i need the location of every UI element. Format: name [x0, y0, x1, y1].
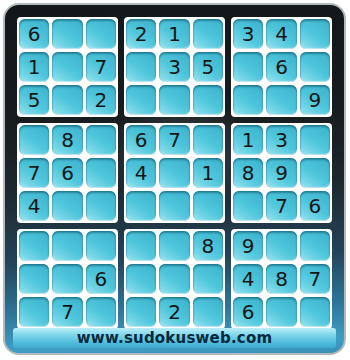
- cell-r1c5[interactable]: 1: [159, 19, 189, 49]
- cell-r7c2[interactable]: [52, 231, 82, 261]
- box-2-3: 138976: [231, 123, 332, 223]
- cell-r7c5[interactable]: [159, 231, 189, 261]
- cell-r4c9[interactable]: [300, 125, 330, 155]
- cell-r3c2[interactable]: [52, 85, 82, 115]
- cell-r1c4[interactable]: 2: [126, 19, 156, 49]
- sudoku-board: 617522135346987646741138976678294876: [17, 17, 332, 329]
- box-1-3: 3469: [231, 17, 332, 117]
- cell-r1c2[interactable]: [52, 19, 82, 49]
- cell-r2c2[interactable]: [52, 52, 82, 82]
- cell-r7c6[interactable]: 8: [193, 231, 223, 261]
- cell-r4c3[interactable]: [86, 125, 116, 155]
- cell-r3c7[interactable]: [233, 85, 263, 115]
- cell-r6c4[interactable]: [126, 191, 156, 221]
- cell-r9c1[interactable]: [19, 297, 49, 327]
- cell-r2c9[interactable]: [300, 52, 330, 82]
- cell-r7c4[interactable]: [126, 231, 156, 261]
- cell-r5c4[interactable]: 4: [126, 158, 156, 188]
- cell-r3c3[interactable]: 2: [86, 85, 116, 115]
- cell-r2c7[interactable]: [233, 52, 263, 82]
- cell-r8c8[interactable]: 8: [266, 264, 296, 294]
- cell-r1c8[interactable]: 4: [266, 19, 296, 49]
- cell-r8c7[interactable]: 4: [233, 264, 263, 294]
- cell-r3c9[interactable]: 9: [300, 85, 330, 115]
- cell-r6c5[interactable]: [159, 191, 189, 221]
- cell-r6c8[interactable]: 7: [266, 191, 296, 221]
- cell-r5c7[interactable]: 8: [233, 158, 263, 188]
- cell-r6c9[interactable]: 6: [300, 191, 330, 221]
- cell-r9c7[interactable]: 6: [233, 297, 263, 327]
- cell-r5c9[interactable]: [300, 158, 330, 188]
- cell-r1c9[interactable]: [300, 19, 330, 49]
- cell-r4c8[interactable]: 3: [266, 125, 296, 155]
- cell-r5c1[interactable]: 7: [19, 158, 49, 188]
- cell-r2c5[interactable]: 3: [159, 52, 189, 82]
- cell-r6c3[interactable]: [86, 191, 116, 221]
- cell-r8c4[interactable]: [126, 264, 156, 294]
- site-url: www.sudokusweb.com: [77, 329, 272, 347]
- cell-r8c1[interactable]: [19, 264, 49, 294]
- box-1-1: 61752: [17, 17, 118, 117]
- cell-r7c1[interactable]: [19, 231, 49, 261]
- cell-r5c8[interactable]: 9: [266, 158, 296, 188]
- footer-band: www.sudokusweb.com: [13, 328, 336, 348]
- cell-r1c7[interactable]: 3: [233, 19, 263, 49]
- box-2-1: 8764: [17, 123, 118, 223]
- cell-r9c5[interactable]: 2: [159, 297, 189, 327]
- cell-r1c3[interactable]: [86, 19, 116, 49]
- cell-r4c2[interactable]: 8: [52, 125, 82, 155]
- cell-r4c6[interactable]: [193, 125, 223, 155]
- cell-r8c2[interactable]: [52, 264, 82, 294]
- board-frame: 617522135346987646741138976678294876 www…: [3, 3, 346, 355]
- box-3-1: 67: [17, 229, 118, 329]
- cell-r3c4[interactable]: [126, 85, 156, 115]
- cell-r9c2[interactable]: 7: [52, 297, 82, 327]
- sudoku-screenshot: 617522135346987646741138976678294876 www…: [0, 0, 350, 360]
- cell-r1c6[interactable]: [193, 19, 223, 49]
- box-1-2: 2135: [124, 17, 225, 117]
- cell-r5c3[interactable]: [86, 158, 116, 188]
- cell-r9c4[interactable]: [126, 297, 156, 327]
- cell-r6c6[interactable]: [193, 191, 223, 221]
- cell-r3c5[interactable]: [159, 85, 189, 115]
- cell-r4c1[interactable]: [19, 125, 49, 155]
- cell-r7c7[interactable]: 9: [233, 231, 263, 261]
- cell-r8c6[interactable]: [193, 264, 223, 294]
- cell-r9c3[interactable]: [86, 297, 116, 327]
- box-2-2: 6741: [124, 123, 225, 223]
- cell-r2c1[interactable]: 1: [19, 52, 49, 82]
- cell-r5c2[interactable]: 6: [52, 158, 82, 188]
- cell-r3c8[interactable]: [266, 85, 296, 115]
- cell-r7c9[interactable]: [300, 231, 330, 261]
- cell-r4c5[interactable]: 7: [159, 125, 189, 155]
- cell-r4c7[interactable]: 1: [233, 125, 263, 155]
- cell-r2c3[interactable]: 7: [86, 52, 116, 82]
- box-3-3: 94876: [231, 229, 332, 329]
- cell-r6c7[interactable]: [233, 191, 263, 221]
- cell-r5c5[interactable]: [159, 158, 189, 188]
- cell-r8c5[interactable]: [159, 264, 189, 294]
- cell-r3c6[interactable]: [193, 85, 223, 115]
- cell-r2c4[interactable]: [126, 52, 156, 82]
- cell-r6c1[interactable]: 4: [19, 191, 49, 221]
- cell-r7c3[interactable]: [86, 231, 116, 261]
- cell-r7c8[interactable]: [266, 231, 296, 261]
- cell-r6c2[interactable]: [52, 191, 82, 221]
- box-3-2: 82: [124, 229, 225, 329]
- cell-r8c3[interactable]: 6: [86, 264, 116, 294]
- cell-r9c9[interactable]: [300, 297, 330, 327]
- cell-r5c6[interactable]: 1: [193, 158, 223, 188]
- cell-r4c4[interactable]: 6: [126, 125, 156, 155]
- cell-r1c1[interactable]: 6: [19, 19, 49, 49]
- cell-r9c6[interactable]: [193, 297, 223, 327]
- cell-r8c9[interactable]: 7: [300, 264, 330, 294]
- cell-r2c6[interactable]: 5: [193, 52, 223, 82]
- cell-r9c8[interactable]: [266, 297, 296, 327]
- cell-r2c8[interactable]: 6: [266, 52, 296, 82]
- cell-r3c1[interactable]: 5: [19, 85, 49, 115]
